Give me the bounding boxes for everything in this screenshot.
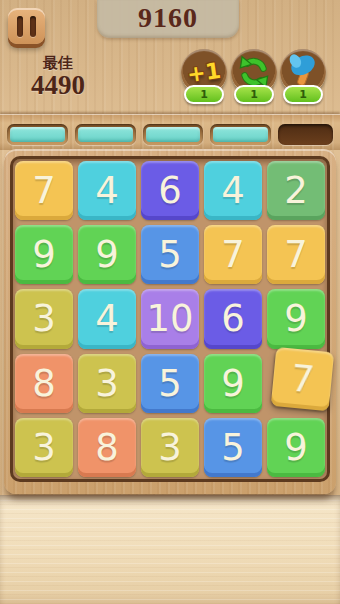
tile-r3c5-value-9[interactable]: 9 [267,289,325,348]
progress-slot-fill-bar [146,127,201,142]
tile-r4c4-value-9[interactable]: 9 [204,354,262,413]
best-score-value: 4490 [12,70,104,101]
progress-slot-fill-bar [78,127,133,142]
pause-icon [17,16,23,37]
tile-r1c4-value-4[interactable]: 4 [204,161,262,220]
progress-slot-filled [210,124,271,145]
tile-r2c3-value-5[interactable]: 5 [141,225,199,284]
shuffle-arrows-icon [237,55,271,89]
tile-r1c1-value-7[interactable]: 7 [15,161,73,220]
progress-slot-filled [143,124,204,145]
tile-r1c2-value-4[interactable]: 4 [78,161,136,220]
tile-r3c2-value-4[interactable]: 4 [78,289,136,348]
tile-r5c5-value-9[interactable]: 9 [267,418,325,477]
tile-r4c2-value-3[interactable]: 3 [78,354,136,413]
game-screen: 9160 最佳 4490 +1 1 1 1 [0,0,340,604]
board-field: 74642995773410698359738359 [10,156,330,482]
plus-one-icon: +1 [186,57,223,86]
progress-slot-fill-bar [213,127,268,142]
tile-r2c1-value-9[interactable]: 9 [15,225,73,284]
progress-slot-fill-bar [10,127,65,142]
progress-slot-empty [278,124,333,145]
tile-r5c1-value-3[interactable]: 3 [15,418,73,477]
tile-r3c3-value-10[interactable]: 10 [141,289,199,348]
tile-r4c1-value-8[interactable]: 8 [15,354,73,413]
tile-r1c3-value-6[interactable]: 6 [141,161,199,220]
tile-r2c2-value-9[interactable]: 9 [78,225,136,284]
score-value: 9160 [97,0,239,36]
tile-r1c5-value-2[interactable]: 2 [267,161,325,220]
plus-one-count-badge: 1 [184,85,224,104]
board-grid: 74642995773410698359738359 [15,161,325,477]
hammer-count-badge: 1 [283,85,323,104]
game-board: 74642995773410698359738359 [4,149,336,494]
progress-slot-strip [0,114,340,150]
tile-r4c3-value-5[interactable]: 5 [141,354,199,413]
tile-r5c3-value-3[interactable]: 3 [141,418,199,477]
progress-slot-filled [75,124,136,145]
tile-r3c4-value-6[interactable]: 6 [204,289,262,348]
shuffle-count-badge: 1 [234,85,274,104]
tile-r5c4-value-5[interactable]: 5 [204,418,262,477]
tile-r4c5-value-7[interactable]: 7 [271,347,334,411]
tile-r3c1-value-3[interactable]: 3 [15,289,73,348]
progress-slot-filled [7,124,68,145]
tile-r2c4-value-7[interactable]: 7 [204,225,262,284]
tile-r5c2-value-8[interactable]: 8 [78,418,136,477]
background-floor [0,495,340,604]
pause-icon [30,16,36,37]
score-panel: 9160 [97,0,239,38]
tile-r2c5-value-7[interactable]: 7 [267,225,325,284]
pause-button[interactable] [8,8,45,44]
